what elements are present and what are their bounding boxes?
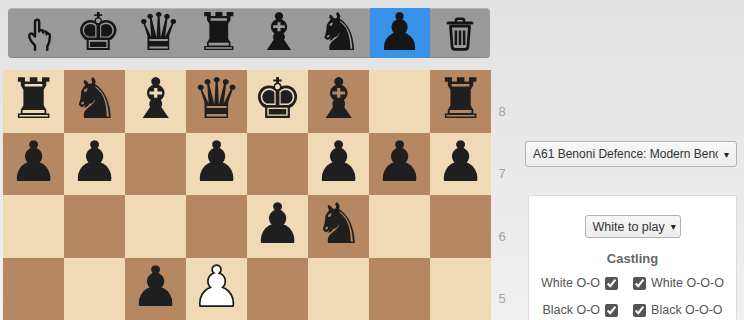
black-knight: ♞ <box>69 68 119 130</box>
chevron-down-icon: ▾ <box>665 221 676 232</box>
square-d8[interactable]: ♛ <box>186 70 247 133</box>
castle-white-queenside: White O-O-O <box>633 276 724 290</box>
square-f5[interactable] <box>308 258 369 320</box>
square-g7[interactable]: ♟ <box>369 133 430 196</box>
hand-pointer-icon <box>22 15 55 52</box>
tool-select-hand[interactable] <box>8 8 68 58</box>
chevron-down-icon: ▾ <box>718 149 729 160</box>
palette-black-queen[interactable]: ♛ <box>129 8 189 58</box>
black-pawn-icon: ♟ <box>376 7 423 57</box>
square-e5[interactable] <box>247 258 308 320</box>
palette-black-pawn[interactable]: ♟ <box>370 8 430 58</box>
rank-label-6: 6 <box>493 205 511 268</box>
palette-black-king[interactable]: ♚ <box>68 8 128 58</box>
castling-heading: Castling <box>529 251 736 266</box>
black-rook-icon: ♜ <box>196 7 243 57</box>
castle-black-kingside-label: Black O-O <box>542 303 600 317</box>
square-h6[interactable] <box>430 195 491 258</box>
square-c8[interactable]: ♝ <box>125 70 186 133</box>
opening-eco-value: A61 Benoni Defence: Modern Benoni <box>533 147 718 161</box>
square-e6[interactable]: ♟ <box>247 195 308 258</box>
castle-black-kingside-checkbox[interactable] <box>605 304 618 317</box>
square-e8[interactable]: ♚ <box>247 70 308 133</box>
square-b7[interactable]: ♟ <box>64 133 125 196</box>
castle-white-kingside-label: White O-O <box>541 276 600 290</box>
black-pawn: ♟ <box>69 131 119 193</box>
black-rook: ♜ <box>8 68 58 130</box>
black-pawn: ♟ <box>252 193 302 255</box>
tool-trash[interactable] <box>430 8 490 58</box>
castle-white-queenside-checkbox[interactable] <box>633 277 646 290</box>
black-queen: ♛ <box>191 68 241 130</box>
square-d7[interactable]: ♟ <box>186 133 247 196</box>
castle-black-queenside: Black O-O-O <box>633 303 724 317</box>
square-f6[interactable]: ♞ <box>308 195 369 258</box>
turn-select[interactable]: White to play ▾ <box>585 215 681 238</box>
castle-black-kingside: Black O-O <box>541 303 618 317</box>
black-knight: ♞ <box>313 193 363 255</box>
rank-label-8: 8 <box>493 80 511 143</box>
black-king-icon: ♚ <box>75 7 122 57</box>
square-a5[interactable] <box>3 258 64 320</box>
square-d6[interactable] <box>186 195 247 258</box>
chess-board: ♜♞♝♛♚♝♜♟♟♟♟♟♟♟♞♟♟ <box>3 70 491 320</box>
rank-coordinates: 8765 <box>493 70 511 320</box>
black-bishop-icon: ♝ <box>256 7 303 57</box>
black-pawn: ♟ <box>8 131 58 193</box>
castle-white-kingside-checkbox[interactable] <box>605 277 618 290</box>
castling-options: White O-O White O-O-O Black O-O Black O-… <box>529 276 736 317</box>
white-pawn: ♟ <box>191 256 241 318</box>
position-settings-panel: White to play ▾ Castling White O-O White… <box>528 195 737 320</box>
square-b6[interactable] <box>64 195 125 258</box>
square-b8[interactable]: ♞ <box>64 70 125 133</box>
black-king: ♚ <box>252 68 302 130</box>
black-pawn: ♟ <box>435 131 485 193</box>
square-a8[interactable]: ♜ <box>3 70 64 133</box>
castle-black-queenside-label: Black O-O-O <box>651 303 723 317</box>
square-h8[interactable]: ♜ <box>430 70 491 133</box>
black-rook: ♜ <box>435 68 485 130</box>
palette-black-knight[interactable]: ♞ <box>309 8 369 58</box>
square-g6[interactable] <box>369 195 430 258</box>
square-g5[interactable] <box>369 258 430 320</box>
square-a7[interactable]: ♟ <box>3 133 64 196</box>
square-b5[interactable] <box>64 258 125 320</box>
square-d5[interactable]: ♟ <box>186 258 247 320</box>
square-e7[interactable] <box>247 133 308 196</box>
black-bishop: ♝ <box>313 68 363 130</box>
turn-select-value: White to play <box>593 220 665 234</box>
castle-white-queenside-label: White O-O-O <box>651 276 724 290</box>
opening-eco-select[interactable]: A61 Benoni Defence: Modern Benoni ▾ <box>525 141 737 167</box>
castle-white-kingside: White O-O <box>541 276 618 290</box>
square-c6[interactable] <box>125 195 186 258</box>
square-f7[interactable]: ♟ <box>308 133 369 196</box>
square-c5[interactable]: ♟ <box>125 258 186 320</box>
square-g8[interactable] <box>369 70 430 133</box>
palette-black-rook[interactable]: ♜ <box>189 8 249 58</box>
rank-label-5: 5 <box>493 268 511 320</box>
square-h5[interactable] <box>430 258 491 320</box>
palette-black-bishop[interactable]: ♝ <box>249 8 309 58</box>
trash-icon <box>443 15 477 52</box>
black-pawn: ♟ <box>313 131 363 193</box>
black-bishop: ♝ <box>130 68 180 130</box>
square-f8[interactable]: ♝ <box>308 70 369 133</box>
piece-palette-toolbar: ♚♛♜♝♞♟ <box>8 8 490 58</box>
black-pawn: ♟ <box>191 131 241 193</box>
square-c7[interactable] <box>125 133 186 196</box>
square-a6[interactable] <box>3 195 64 258</box>
black-pawn: ♟ <box>374 131 424 193</box>
black-queen-icon: ♛ <box>135 7 182 57</box>
square-h7[interactable]: ♟ <box>430 133 491 196</box>
black-pawn: ♟ <box>130 256 180 318</box>
castle-black-queenside-checkbox[interactable] <box>633 304 646 317</box>
rank-label-7: 7 <box>493 143 511 206</box>
black-knight-icon: ♞ <box>316 7 363 57</box>
